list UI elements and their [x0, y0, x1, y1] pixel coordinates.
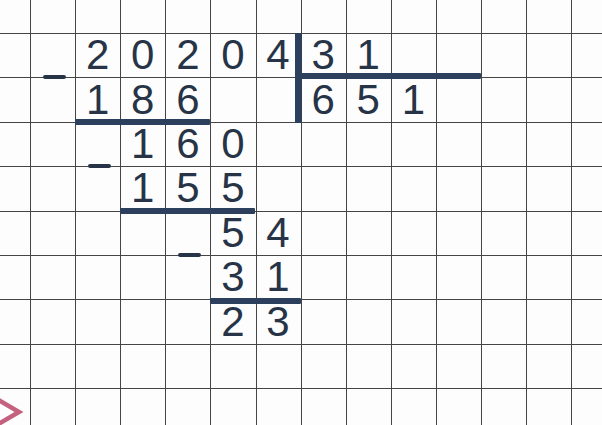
- grid-line-vertical: [481, 0, 482, 425]
- digit-cell-r1-c2: 2: [75, 33, 120, 77]
- digit-cell-r2-c9: 1: [391, 77, 436, 121]
- digit-cell-r2-c3: 8: [120, 77, 165, 121]
- minus-step-3: [178, 253, 201, 257]
- digit-cell-r4-c4: 5: [165, 166, 210, 210]
- digit-cell-r5-c5: 5: [210, 211, 255, 255]
- digit-cell-r6-c5: 3: [210, 255, 255, 299]
- digit-cell-r4-c3: 1: [120, 166, 165, 210]
- pink-chevron-annotation: [0, 394, 24, 425]
- digit-cell-r1-c4: 2: [165, 33, 210, 77]
- digit-cell-r7-c5: 2: [210, 299, 255, 343]
- digit-cell-r6-c6: 1: [256, 255, 301, 299]
- grid-line-horizontal: [0, 388, 602, 389]
- grid-line-horizontal: [0, 299, 602, 300]
- grid-line-vertical: [526, 0, 527, 425]
- digit-cell-r2-c7: 6: [301, 77, 346, 121]
- digit-cell-r3-c4: 6: [165, 122, 210, 166]
- digit-cell-r2-c8: 5: [346, 77, 391, 121]
- digit-cell-r3-c3: 1: [120, 122, 165, 166]
- grid-line-vertical: [391, 0, 392, 425]
- digit-cell-r4-c5: 5: [210, 166, 255, 210]
- digit-cell-r2-c4: 6: [165, 77, 210, 121]
- squared-paper-worksheet: 2020431186651160155543123: [0, 0, 602, 425]
- digit-cell-r3-c5: 0: [210, 122, 255, 166]
- grid-line-horizontal: [0, 255, 602, 256]
- grid-line-vertical: [571, 0, 572, 425]
- minus-step-2: [88, 164, 111, 168]
- grid-line-horizontal: [0, 344, 602, 345]
- digit-cell-r1-c5: 0: [210, 33, 255, 77]
- grid-line-horizontal: [0, 211, 602, 212]
- digit-cell-r5-c6: 4: [256, 211, 301, 255]
- digit-cell-r2-c2: 1: [75, 77, 120, 121]
- grid-line-vertical: [30, 0, 31, 425]
- digit-cell-r1-c7: 3: [301, 33, 346, 77]
- minus-step-1: [43, 75, 66, 79]
- digit-cell-r1-c6: 4: [256, 33, 301, 77]
- grid-line-vertical: [436, 0, 437, 425]
- digit-cell-r1-c8: 1: [346, 33, 391, 77]
- digit-cell-r1-c3: 0: [120, 33, 165, 77]
- digit-cell-r7-c6: 3: [256, 299, 301, 343]
